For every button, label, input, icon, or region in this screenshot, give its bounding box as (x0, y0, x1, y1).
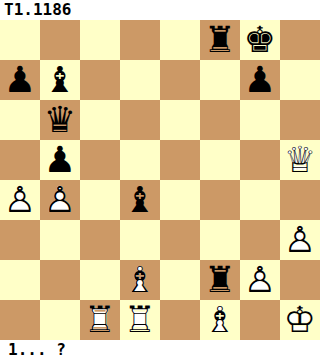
square-b1[interactable] (40, 300, 80, 340)
square-b6[interactable]: ♛ (40, 100, 80, 140)
square-c3[interactable] (80, 220, 120, 260)
square-c8[interactable] (80, 20, 120, 60)
square-c2[interactable] (80, 260, 120, 300)
square-g8[interactable]: ♚ (240, 20, 280, 60)
square-f5[interactable] (200, 140, 240, 180)
square-g4[interactable] (240, 180, 280, 220)
piece-black-rook[interactable]: ♜ (200, 260, 240, 300)
square-b7[interactable]: ♝ (40, 60, 80, 100)
square-f7[interactable] (200, 60, 240, 100)
piece-black-pawn[interactable]: ♟ (240, 60, 280, 100)
square-f3[interactable] (200, 220, 240, 260)
chess-board: ♜♚♟♝♟♛♟♛♕♟♙♟♙♝♟♙♝♗♜♟♙♜♖♜♖♝♗♚♔ (0, 20, 320, 340)
piece-black-rook[interactable]: ♜ (200, 20, 240, 60)
square-b2[interactable] (40, 260, 80, 300)
square-g5[interactable] (240, 140, 280, 180)
square-g2[interactable]: ♟♙ (240, 260, 280, 300)
square-b8[interactable] (40, 20, 80, 60)
square-g7[interactable]: ♟ (240, 60, 280, 100)
puzzle-title: T1.1186 (0, 0, 320, 20)
square-d8[interactable] (120, 20, 160, 60)
square-h7[interactable] (280, 60, 320, 100)
square-e2[interactable] (160, 260, 200, 300)
square-h3[interactable]: ♟♙ (280, 220, 320, 260)
square-g3[interactable] (240, 220, 280, 260)
square-e1[interactable] (160, 300, 200, 340)
square-h5[interactable]: ♛♕ (280, 140, 320, 180)
piece-black-bishop[interactable]: ♝ (120, 180, 160, 220)
piece-white-bishop[interactable]: ♗ (200, 300, 240, 340)
square-c4[interactable] (80, 180, 120, 220)
piece-black-queen[interactable]: ♛ (40, 100, 80, 140)
square-b3[interactable] (40, 220, 80, 260)
square-a6[interactable] (0, 100, 40, 140)
piece-white-bishop[interactable]: ♗ (120, 260, 160, 300)
piece-white-pawn[interactable]: ♙ (0, 180, 40, 220)
square-f2[interactable]: ♜ (200, 260, 240, 300)
square-f4[interactable] (200, 180, 240, 220)
piece-white-rook[interactable]: ♖ (120, 300, 160, 340)
square-d3[interactable] (120, 220, 160, 260)
square-d1[interactable]: ♜♖ (120, 300, 160, 340)
move-prompt: 1... ? (0, 340, 320, 360)
square-c6[interactable] (80, 100, 120, 140)
square-a5[interactable] (0, 140, 40, 180)
square-e8[interactable] (160, 20, 200, 60)
square-d6[interactable] (120, 100, 160, 140)
piece-black-pawn[interactable]: ♟ (0, 60, 40, 100)
square-e7[interactable] (160, 60, 200, 100)
piece-white-queen[interactable]: ♕ (280, 140, 320, 180)
piece-white-rook[interactable]: ♖ (80, 300, 120, 340)
square-c1[interactable]: ♜♖ (80, 300, 120, 340)
piece-black-pawn[interactable]: ♟ (40, 140, 80, 180)
square-h2[interactable] (280, 260, 320, 300)
square-b4[interactable]: ♟♙ (40, 180, 80, 220)
piece-white-pawn[interactable]: ♙ (40, 180, 80, 220)
piece-white-pawn[interactable]: ♙ (280, 220, 320, 260)
square-h8[interactable] (280, 20, 320, 60)
square-d4[interactable]: ♝ (120, 180, 160, 220)
square-h6[interactable] (280, 100, 320, 140)
square-f1[interactable]: ♝♗ (200, 300, 240, 340)
piece-white-pawn[interactable]: ♙ (240, 260, 280, 300)
square-c5[interactable] (80, 140, 120, 180)
square-a2[interactable] (0, 260, 40, 300)
square-f8[interactable]: ♜ (200, 20, 240, 60)
square-d7[interactable] (120, 60, 160, 100)
square-h4[interactable] (280, 180, 320, 220)
square-f6[interactable] (200, 100, 240, 140)
square-b5[interactable]: ♟ (40, 140, 80, 180)
square-a8[interactable] (0, 20, 40, 60)
square-e6[interactable] (160, 100, 200, 140)
square-d5[interactable] (120, 140, 160, 180)
square-e4[interactable] (160, 180, 200, 220)
piece-black-king[interactable]: ♚ (240, 20, 280, 60)
square-e5[interactable] (160, 140, 200, 180)
square-a7[interactable]: ♟ (0, 60, 40, 100)
square-g1[interactable] (240, 300, 280, 340)
piece-white-king[interactable]: ♔ (280, 300, 320, 340)
piece-black-bishop[interactable]: ♝ (40, 60, 80, 100)
square-a3[interactable] (0, 220, 40, 260)
square-g6[interactable] (240, 100, 280, 140)
square-h1[interactable]: ♚♔ (280, 300, 320, 340)
square-e3[interactable] (160, 220, 200, 260)
square-d2[interactable]: ♝♗ (120, 260, 160, 300)
square-a4[interactable]: ♟♙ (0, 180, 40, 220)
square-c7[interactable] (80, 60, 120, 100)
square-a1[interactable] (0, 300, 40, 340)
